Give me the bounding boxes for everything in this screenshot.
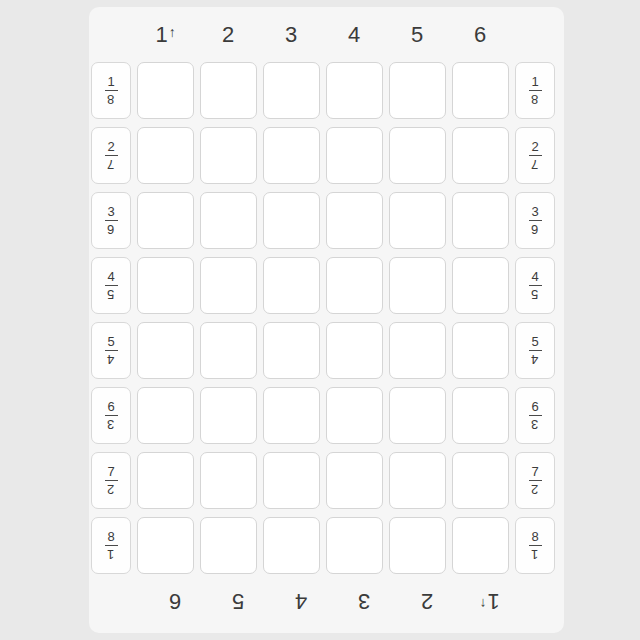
column-number: 1 [155, 22, 167, 48]
far-number-rotated: 6 [531, 222, 538, 236]
column-label-5-bottom: 5 [209, 589, 266, 615]
column-number: 6 [169, 589, 181, 615]
near-number: 5 [107, 335, 114, 349]
board-grid: 18 18 27 27 36 [91, 62, 564, 574]
row-fraction: 18 [529, 75, 542, 105]
board-cell[interactable] [137, 62, 194, 119]
board-cell[interactable] [200, 257, 257, 314]
row-fraction: 27 [529, 140, 542, 170]
near-number: 8 [107, 530, 114, 544]
board-cell[interactable] [137, 517, 194, 574]
far-number-rotated: 7 [107, 157, 114, 171]
row-label-right-6: 63 [515, 387, 555, 444]
board-cell[interactable] [389, 452, 446, 509]
row-label-left-7: 72 [91, 452, 131, 509]
column-label-4-bottom: 4 [272, 589, 329, 615]
board-cell[interactable] [263, 452, 320, 509]
near-number: 2 [107, 140, 114, 154]
column-label-2: 2 [200, 22, 257, 48]
row-label-left-4: 45 [91, 257, 131, 314]
row-fraction: 45 [105, 270, 118, 300]
column-number: 2 [421, 589, 433, 615]
board-cell[interactable] [389, 257, 446, 314]
board-cell[interactable] [452, 62, 509, 119]
far-number-rotated: 1 [531, 547, 538, 561]
far-number-rotated: 3 [531, 417, 538, 431]
near-number: 1 [531, 75, 538, 89]
board-cell[interactable] [137, 192, 194, 249]
board-cell[interactable] [263, 517, 320, 574]
board-cell[interactable] [389, 517, 446, 574]
board-cell[interactable] [389, 127, 446, 184]
board-page: 1↑ 2 3 4 5 6 18 18 27 [89, 7, 564, 633]
near-number: 1 [107, 75, 114, 89]
board-cell[interactable] [200, 452, 257, 509]
far-number-rotated: 5 [531, 287, 538, 301]
row-fraction: 18 [105, 75, 118, 105]
board-cell[interactable] [263, 192, 320, 249]
board-cell[interactable] [389, 322, 446, 379]
up-arrow-icon: ↑ [169, 24, 176, 40]
column-label-1: 1↑ [137, 22, 194, 48]
near-number: 8 [531, 530, 538, 544]
board-cell[interactable] [326, 387, 383, 444]
column-number: 5 [232, 589, 244, 615]
far-number-rotated: 4 [531, 352, 538, 366]
board-cell[interactable] [326, 62, 383, 119]
column-label-4: 4 [326, 22, 383, 48]
near-number: 3 [531, 205, 538, 219]
row-fraction: 36 [105, 205, 118, 235]
row-fraction: 81 [529, 530, 542, 560]
row-label-left-1: 18 [91, 62, 131, 119]
far-number-rotated: 5 [107, 287, 114, 301]
board-cell[interactable] [326, 127, 383, 184]
row-label-right-2: 27 [515, 127, 555, 184]
far-number-rotated: 2 [107, 482, 114, 496]
row-fraction: 54 [529, 335, 542, 365]
row-label-right-1: 18 [515, 62, 555, 119]
screenshot-canvas: 1↑ 2 3 4 5 6 18 18 27 [0, 0, 640, 640]
board-cell[interactable] [200, 127, 257, 184]
board-cell[interactable] [200, 322, 257, 379]
near-number: 4 [107, 270, 114, 284]
column-label-3: 3 [263, 22, 320, 48]
column-number: 5 [411, 22, 423, 48]
board-row-1: 18 18 [91, 62, 564, 119]
column-number: 6 [474, 22, 486, 48]
far-number-rotated: 8 [531, 92, 538, 106]
near-number: 6 [107, 400, 114, 414]
board-cell[interactable] [263, 387, 320, 444]
board-cell[interactable] [137, 452, 194, 509]
far-number-rotated: 8 [107, 92, 114, 106]
column-label-6: 6 [452, 22, 509, 48]
board-row-8: 81 81 [91, 517, 564, 574]
board-cell[interactable] [326, 192, 383, 249]
board-cell[interactable] [263, 322, 320, 379]
near-number: 7 [107, 465, 114, 479]
board-cell[interactable] [389, 62, 446, 119]
far-number-rotated: 7 [531, 157, 538, 171]
column-label-1-bottom: 1↑ [461, 589, 518, 615]
board-cell[interactable] [137, 127, 194, 184]
board-cell[interactable] [200, 517, 257, 574]
board-cell[interactable] [389, 192, 446, 249]
near-number: 6 [531, 400, 538, 414]
column-number: 3 [358, 589, 370, 615]
board-row-4: 45 45 [91, 257, 564, 314]
near-number: 3 [107, 205, 114, 219]
board-row-6: 63 63 [91, 387, 564, 444]
row-fraction: 72 [529, 465, 542, 495]
board-cell[interactable] [452, 387, 509, 444]
row-label-left-6: 63 [91, 387, 131, 444]
row-fraction: 36 [529, 205, 542, 235]
far-number-rotated: 2 [531, 482, 538, 496]
board-cell[interactable] [137, 387, 194, 444]
row-label-right-4: 45 [515, 257, 555, 314]
board-cell[interactable] [263, 257, 320, 314]
far-number-rotated: 4 [107, 352, 114, 366]
board-row-5: 54 54 [91, 322, 564, 379]
far-number-rotated: 6 [107, 222, 114, 236]
far-number-rotated: 3 [107, 417, 114, 431]
near-number: 5 [531, 335, 538, 349]
down-arrow-icon: ↑ [479, 597, 486, 613]
board-cell[interactable] [452, 322, 509, 379]
column-number: 2 [222, 22, 234, 48]
board-cell[interactable] [326, 517, 383, 574]
board-cell[interactable] [200, 192, 257, 249]
row-fraction: 27 [105, 140, 118, 170]
near-number: 2 [531, 140, 538, 154]
bottom-column-labels: 1↑ 2 3 4 5 6 [91, 574, 564, 629]
board-cell[interactable] [326, 452, 383, 509]
column-label-5: 5 [389, 22, 446, 48]
row-fraction: 54 [105, 335, 118, 365]
board-cell[interactable] [452, 257, 509, 314]
board-cell[interactable] [389, 387, 446, 444]
row-label-right-3: 36 [515, 192, 555, 249]
board-cell[interactable] [200, 387, 257, 444]
board-cell[interactable] [326, 257, 383, 314]
row-label-left-2: 27 [91, 127, 131, 184]
board-row-3: 36 36 [91, 192, 564, 249]
row-fraction: 63 [105, 400, 118, 430]
board-cell[interactable] [452, 452, 509, 509]
row-fraction: 63 [529, 400, 542, 430]
row-label-left-5: 54 [91, 322, 131, 379]
row-fraction: 72 [105, 465, 118, 495]
column-label-6-bottom: 6 [146, 589, 203, 615]
board-cell[interactable] [452, 192, 509, 249]
board-row-2: 27 27 [91, 127, 564, 184]
board-row-7: 72 72 [91, 452, 564, 509]
row-label-right-8: 81 [515, 517, 555, 574]
board-cell[interactable] [326, 322, 383, 379]
board-cell[interactable] [263, 62, 320, 119]
row-fraction: 81 [105, 530, 118, 560]
board-cell[interactable] [137, 322, 194, 379]
near-number: 7 [531, 465, 538, 479]
board-cell[interactable] [452, 517, 509, 574]
column-number: 4 [295, 589, 307, 615]
board-cell[interactable] [452, 127, 509, 184]
board-cell[interactable] [137, 257, 194, 314]
near-number: 4 [531, 270, 538, 284]
column-label-2-bottom: 2 [398, 589, 455, 615]
top-column-labels: 1↑ 2 3 4 5 6 [91, 7, 564, 62]
row-label-left-8: 81 [91, 517, 131, 574]
board-cell[interactable] [200, 62, 257, 119]
column-number: 1 [487, 589, 499, 615]
row-label-right-5: 54 [515, 322, 555, 379]
column-number: 3 [285, 22, 297, 48]
far-number-rotated: 1 [107, 547, 114, 561]
column-label-3-bottom: 3 [335, 589, 392, 615]
row-label-right-7: 72 [515, 452, 555, 509]
row-label-left-3: 36 [91, 192, 131, 249]
board-cell[interactable] [263, 127, 320, 184]
row-fraction: 45 [529, 270, 542, 300]
column-number: 4 [348, 22, 360, 48]
